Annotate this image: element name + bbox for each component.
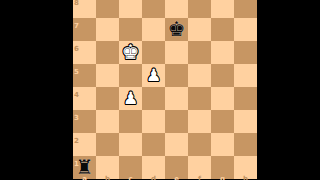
square-c8[interactable] (119, 0, 142, 18)
square-b4[interactable] (96, 87, 119, 110)
square-d8[interactable] (142, 0, 165, 18)
square-c2[interactable] (119, 133, 142, 156)
square-g7[interactable] (211, 18, 234, 41)
square-a3[interactable]: 3 (73, 110, 96, 133)
square-a6[interactable]: 6 (73, 41, 96, 64)
square-e6[interactable] (165, 41, 188, 64)
piece-white-pawn-d5[interactable]: ♟ (142, 64, 165, 87)
square-d7[interactable] (142, 18, 165, 41)
square-a8[interactable]: 8 (73, 0, 96, 18)
square-d6[interactable] (142, 41, 165, 64)
square-a2[interactable]: 2 (73, 133, 96, 156)
square-c7[interactable] (119, 18, 142, 41)
square-f2[interactable] (188, 133, 211, 156)
square-h6[interactable] (234, 41, 257, 64)
piece-white-king-c6[interactable]: ♚ (119, 41, 142, 64)
square-c5[interactable] (119, 64, 142, 87)
square-g6[interactable] (211, 41, 234, 64)
square-f1[interactable]: f (188, 156, 211, 179)
square-d1[interactable]: d (142, 156, 165, 179)
file-label-f: f (198, 176, 201, 180)
square-f3[interactable] (188, 110, 211, 133)
square-h1[interactable]: h (234, 156, 257, 179)
square-g5[interactable] (211, 64, 234, 87)
rank-label-8: 8 (74, 0, 79, 7)
square-f8[interactable] (188, 0, 211, 18)
letterbox-background: 87654321abcdefgh♚♚♟♟♜ (0, 0, 320, 180)
square-e4[interactable] (165, 87, 188, 110)
square-h5[interactable] (234, 64, 257, 87)
square-a4[interactable]: 4 (73, 87, 96, 110)
square-d3[interactable] (142, 110, 165, 133)
square-b6[interactable] (96, 41, 119, 64)
rank-label-3: 3 (74, 115, 79, 122)
rank-label-6: 6 (74, 46, 79, 53)
square-e5[interactable] (165, 64, 188, 87)
square-b5[interactable] (96, 64, 119, 87)
square-e2[interactable] (165, 133, 188, 156)
square-f4[interactable] (188, 87, 211, 110)
square-b1[interactable]: b (96, 156, 119, 179)
file-label-c: c (128, 176, 132, 180)
rank-label-4: 4 (74, 92, 79, 99)
square-b8[interactable] (96, 0, 119, 18)
square-h4[interactable] (234, 87, 257, 110)
square-f5[interactable] (188, 64, 211, 87)
square-g3[interactable] (211, 110, 234, 133)
square-h2[interactable] (234, 133, 257, 156)
file-label-d: d (151, 176, 156, 180)
square-c3[interactable] (119, 110, 142, 133)
square-f7[interactable] (188, 18, 211, 41)
rank-label-7: 7 (74, 23, 79, 30)
square-d4[interactable] (142, 87, 165, 110)
square-a5[interactable]: 5 (73, 64, 96, 87)
square-c1[interactable]: c (119, 156, 142, 179)
square-b3[interactable] (96, 110, 119, 133)
square-e8[interactable] (165, 0, 188, 18)
rank-label-2: 2 (74, 138, 79, 145)
square-g1[interactable]: g (211, 156, 234, 179)
rank-label-5: 5 (74, 69, 79, 76)
square-d2[interactable] (142, 133, 165, 156)
square-e3[interactable] (165, 110, 188, 133)
square-h8[interactable] (234, 0, 257, 18)
file-label-h: h (243, 176, 248, 180)
piece-black-king-e7[interactable]: ♚ (165, 18, 188, 41)
square-h7[interactable] (234, 18, 257, 41)
file-label-b: b (105, 176, 110, 180)
square-b2[interactable] (96, 133, 119, 156)
piece-white-pawn-c4[interactable]: ♟ (119, 87, 142, 110)
chess-board[interactable]: 87654321abcdefgh♚♚♟♟♜ (73, 0, 257, 179)
square-e1[interactable]: e (165, 156, 188, 179)
square-h3[interactable] (234, 110, 257, 133)
piece-black-rook-a1[interactable]: ♜ (73, 156, 96, 179)
square-f6[interactable] (188, 41, 211, 64)
square-b7[interactable] (96, 18, 119, 41)
square-g8[interactable] (211, 0, 234, 18)
file-label-e: e (174, 176, 179, 180)
square-g2[interactable] (211, 133, 234, 156)
square-a7[interactable]: 7 (73, 18, 96, 41)
square-g4[interactable] (211, 87, 234, 110)
file-label-g: g (220, 176, 225, 180)
